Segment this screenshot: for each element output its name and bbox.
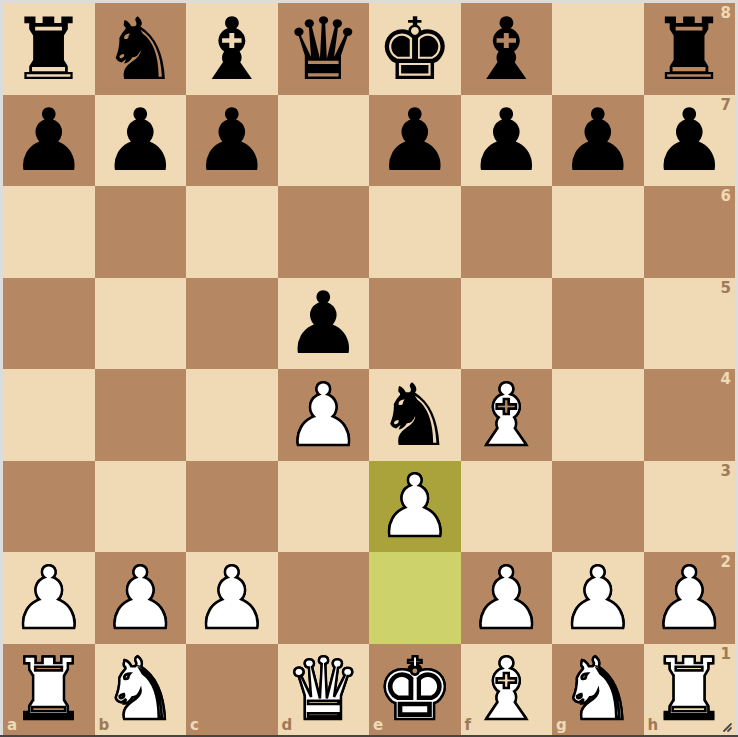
piece-white-bishop[interactable]: ♝ [461,644,553,736]
square-a4[interactable] [3,369,95,461]
square-g7[interactable]: ♟ [552,95,644,187]
square-c5[interactable] [186,278,278,370]
square-h3[interactable]: 3 [644,461,736,553]
piece-white-pawn[interactable]: ♟ [95,552,187,644]
piece-white-knight[interactable]: ♞ [95,644,187,736]
square-d3[interactable] [278,461,370,553]
piece-black-queen[interactable]: ♛ [278,3,370,95]
chess-board: ♜♞♝♛♚♝♜8♟♟♟♟♟♟♟76♟5♟♞♝4♟3♟♟♟♟♟♟2♜a♞bc♛d♚… [3,3,735,735]
board-resize-handle-icon[interactable] [719,719,733,733]
square-f3[interactable] [461,461,553,553]
square-e6[interactable] [369,186,461,278]
square-e7[interactable]: ♟ [369,95,461,187]
square-d7[interactable] [278,95,370,187]
piece-white-pawn[interactable]: ♟ [552,552,644,644]
square-a1[interactable]: ♜a [3,644,95,736]
square-h5[interactable]: 5 [644,278,736,370]
piece-white-pawn[interactable]: ♟ [369,461,461,553]
piece-white-knight[interactable]: ♞ [552,644,644,736]
piece-black-king[interactable]: ♚ [369,3,461,95]
square-c3[interactable] [186,461,278,553]
piece-black-pawn[interactable]: ♟ [369,95,461,187]
square-e8[interactable]: ♚ [369,3,461,95]
square-h6[interactable]: 6 [644,186,736,278]
square-h8[interactable]: ♜8 [644,3,736,95]
square-c7[interactable]: ♟ [186,95,278,187]
square-b6[interactable] [95,186,187,278]
square-c8[interactable]: ♝ [186,3,278,95]
rank-label-3: 3 [721,464,731,479]
square-b2[interactable]: ♟ [95,552,187,644]
square-a7[interactable]: ♟ [3,95,95,187]
piece-white-queen[interactable]: ♛ [278,644,370,736]
square-d8[interactable]: ♛ [278,3,370,95]
square-g6[interactable] [552,186,644,278]
square-h2[interactable]: ♟2 [644,552,736,644]
piece-black-pawn[interactable]: ♟ [186,95,278,187]
square-f1[interactable]: ♝f [461,644,553,736]
square-d4[interactable]: ♟ [278,369,370,461]
piece-white-pawn[interactable]: ♟ [186,552,278,644]
piece-black-bishop[interactable]: ♝ [461,3,553,95]
piece-black-pawn[interactable]: ♟ [278,278,370,370]
piece-black-pawn[interactable]: ♟ [95,95,187,187]
square-b5[interactable] [95,278,187,370]
piece-black-pawn[interactable]: ♟ [644,95,736,187]
piece-white-pawn[interactable]: ♟ [461,552,553,644]
square-b4[interactable] [95,369,187,461]
square-a6[interactable] [3,186,95,278]
square-b8[interactable]: ♞ [95,3,187,95]
piece-white-bishop[interactable]: ♝ [461,369,553,461]
square-e5[interactable] [369,278,461,370]
square-c1[interactable]: c [186,644,278,736]
square-g2[interactable]: ♟ [552,552,644,644]
square-f8[interactable]: ♝ [461,3,553,95]
piece-black-pawn[interactable]: ♟ [3,95,95,187]
piece-black-bishop[interactable]: ♝ [186,3,278,95]
square-a3[interactable] [3,461,95,553]
square-d5[interactable]: ♟ [278,278,370,370]
piece-black-knight[interactable]: ♞ [369,369,461,461]
square-d6[interactable] [278,186,370,278]
piece-black-knight[interactable]: ♞ [95,3,187,95]
square-f4[interactable]: ♝ [461,369,553,461]
square-e4[interactable]: ♞ [369,369,461,461]
square-g5[interactable] [552,278,644,370]
file-label-c: c [190,718,199,733]
square-c2[interactable]: ♟ [186,552,278,644]
square-d2[interactable] [278,552,370,644]
square-g4[interactable] [552,369,644,461]
square-b7[interactable]: ♟ [95,95,187,187]
square-a2[interactable]: ♟ [3,552,95,644]
square-a8[interactable]: ♜ [3,3,95,95]
piece-white-rook[interactable]: ♜ [3,644,95,736]
square-g1[interactable]: ♞g [552,644,644,736]
square-h7[interactable]: ♟7 [644,95,736,187]
rank-label-6: 6 [721,189,731,204]
square-f7[interactable]: ♟ [461,95,553,187]
square-b1[interactable]: ♞b [95,644,187,736]
square-h4[interactable]: 4 [644,369,736,461]
square-c4[interactable] [186,369,278,461]
square-d1[interactable]: ♛d [278,644,370,736]
piece-white-king[interactable]: ♚ [369,644,461,736]
square-f5[interactable] [461,278,553,370]
square-e3[interactable]: ♟ [369,461,461,553]
square-c6[interactable] [186,186,278,278]
square-e1[interactable]: ♚e [369,644,461,736]
piece-black-pawn[interactable]: ♟ [461,95,553,187]
square-g8[interactable] [552,3,644,95]
piece-black-rook[interactable]: ♜ [3,3,95,95]
rank-label-5: 5 [721,281,731,296]
square-a5[interactable] [3,278,95,370]
piece-black-pawn[interactable]: ♟ [552,95,644,187]
square-f2[interactable]: ♟ [461,552,553,644]
piece-black-rook[interactable]: ♜ [644,3,736,95]
square-e2[interactable] [369,552,461,644]
piece-white-pawn[interactable]: ♟ [278,369,370,461]
square-g3[interactable] [552,461,644,553]
piece-white-pawn[interactable]: ♟ [644,552,736,644]
square-b3[interactable] [95,461,187,553]
rank-label-4: 4 [721,372,731,387]
piece-white-pawn[interactable]: ♟ [3,552,95,644]
square-f6[interactable] [461,186,553,278]
